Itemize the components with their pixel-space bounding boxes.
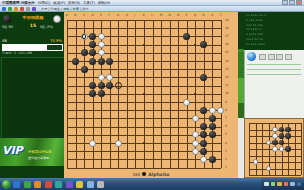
mini-stone-white [279, 146, 285, 152]
stone-white-D4 [89, 140, 96, 147]
mini-stone-white [253, 159, 259, 165]
row-label: 10 [225, 92, 229, 95]
column-label: M [160, 14, 163, 17]
taskbar-app-icon[interactable] [66, 181, 73, 188]
stone-black-C13 [81, 66, 88, 73]
stone-black-S7 [209, 115, 216, 122]
mini-stone-white [272, 133, 278, 139]
column-label: D [91, 14, 93, 17]
toolbar-icon[interactable] [32, 7, 36, 11]
taskbar-app-icon[interactable] [34, 181, 41, 188]
column-label: E [100, 14, 102, 17]
mini-stone-black [272, 140, 278, 146]
divider [247, 69, 301, 70]
menu-item[interactable]: 帮助(H) [98, 1, 110, 5]
stone-black-D11 [89, 82, 96, 89]
column-label: N [168, 14, 170, 17]
winrate-value: 74.9% [50, 38, 62, 43]
stone-black-S5 [209, 131, 216, 138]
stone-black-S2 [209, 156, 216, 163]
stone-black-D10 [89, 90, 96, 97]
stone-black-R5 [200, 131, 207, 138]
mini-stone-black [279, 127, 285, 133]
analysis-toolbar [259, 54, 292, 60]
nav-button[interactable] [276, 54, 283, 60]
window-title: 中国围棋网 对弈大厅 [2, 1, 35, 5]
menu-item[interactable]: 工具(T) [83, 1, 95, 5]
stone-white-E17 [98, 33, 105, 40]
tray-icon[interactable] [290, 182, 295, 187]
chat-area[interactable] [1, 57, 65, 151]
stone-white-E15 [98, 49, 105, 56]
white-player-stone-icon [53, 15, 61, 23]
row-label: 2 [225, 158, 227, 161]
taskbar-app-icon[interactable] [45, 181, 52, 188]
toolbar-icon[interactable] [20, 7, 24, 11]
stone-white-G4 [115, 140, 122, 147]
stone-black-E10 [98, 90, 105, 97]
room-list-panel[interactable]: ∙∙ ∙∙∙∙ ∙∙ ∙∙ ∙∙∙ ∙∙∙∙∙∙∙ ∙∙ ∙∙∙∙∙ ∙∙∙∙ … [244, 12, 304, 50]
system-tray [261, 178, 304, 190]
mini-stone-white [266, 140, 272, 146]
move-number: 184 [133, 172, 141, 177]
row-label: 13 [225, 68, 229, 71]
stone-white-Q4 [192, 140, 199, 147]
toolbar-icon[interactable] [8, 7, 12, 11]
nav-button[interactable] [285, 54, 292, 60]
board-caption: 184 AlphaGo [64, 170, 238, 178]
winrate-bar [2, 44, 63, 51]
toolbar-icon[interactable] [2, 7, 6, 11]
winrate-bar-fill [3, 45, 47, 50]
taskbar [0, 178, 304, 190]
last-move-marker [82, 34, 86, 38]
stone-black-D14 [89, 58, 96, 65]
stone-black-F11 [106, 82, 113, 89]
taskbar-app-icon[interactable] [76, 181, 83, 188]
row-label: 5 [225, 133, 227, 136]
mini-stone-black [279, 140, 285, 146]
stone-black-E14 [98, 58, 105, 65]
row-label: 12 [225, 76, 229, 79]
stone-black-R12 [200, 74, 207, 81]
variation-mini-board[interactable] [244, 118, 304, 178]
stone-black-F14 [106, 58, 113, 65]
row-label: 17 [225, 35, 229, 38]
vip-ad-title: VIP [2, 144, 23, 157]
column-label: P [186, 14, 188, 17]
tray-icon[interactable] [284, 182, 289, 187]
column-label: G [117, 14, 119, 17]
divider [247, 64, 301, 65]
stone-white-R2 [200, 156, 207, 163]
taskbar-app-icon[interactable] [55, 181, 62, 188]
row-label: 15 [225, 51, 229, 54]
tray-icon[interactable] [277, 182, 282, 187]
close-button[interactable] [296, 0, 302, 5]
menu-item[interactable]: 棋谱(P) [53, 1, 65, 5]
column-label: A [66, 14, 68, 17]
minimize-button[interactable] [282, 0, 288, 5]
black-stone-icon [142, 172, 146, 176]
row-label: 14 [225, 60, 229, 63]
stone-black-D16 [89, 41, 96, 48]
stone-black-C15 [81, 49, 88, 56]
column-label: C [83, 14, 85, 17]
hover-circle-marker [115, 82, 122, 89]
taskbar-icons [13, 181, 108, 188]
stone-white-Q3 [192, 148, 199, 155]
stone-black-D15 [89, 49, 96, 56]
board-grid: A19B18C17D16E15F14G13H12J11K10L9M8N7O6P5… [64, 12, 238, 178]
stone-black-R3 [200, 148, 207, 155]
stone-black-E11 [98, 82, 105, 89]
tray-icon[interactable] [264, 182, 269, 187]
black-player-stone-icon [3, 15, 11, 23]
vip-ad-line1: 秒领取VIP特权 [28, 150, 52, 154]
nav-button[interactable] [268, 54, 275, 60]
go-board[interactable]: A19B18C17D16E15F14G13H12J11K10L9M8N7O6P5… [64, 12, 238, 178]
mini-stone-black [285, 127, 291, 133]
stone-white-E12 [98, 74, 105, 81]
taskbar-app-icon[interactable] [87, 181, 94, 188]
column-label: O [177, 14, 179, 17]
stone-black-B14 [72, 58, 79, 65]
stone-black-R16 [200, 41, 207, 48]
stone-black-D17 [89, 33, 96, 40]
row-label: 8 [225, 109, 227, 112]
toolbar-icon[interactable] [14, 7, 18, 11]
column-label: K [143, 14, 145, 17]
stone-black-P17 [183, 33, 190, 40]
mini-stone-black [285, 133, 291, 139]
menu-item[interactable]: 设置(S) [68, 1, 80, 5]
stone-black-S6 [209, 123, 216, 130]
toolbar-icon[interactable] [26, 7, 30, 11]
stats-row: 46 74.9% [2, 38, 62, 43]
stone-white-P9 [183, 99, 190, 106]
stone-white-Q7 [192, 115, 199, 122]
status-line: 对局中 -3 : 645 188 [2, 51, 32, 55]
stone-black-R6 [200, 123, 207, 130]
column-label: Q [194, 14, 196, 17]
row-label: 19 [225, 19, 229, 22]
mini-stone-white [272, 127, 278, 133]
column-label: S [211, 14, 213, 17]
column-label: R [203, 14, 205, 17]
menu-item[interactable]: 对局(G) [38, 1, 50, 5]
handicap-value: 15 [28, 23, 38, 28]
tray-icon[interactable] [271, 182, 276, 187]
stone-white-S8 [209, 107, 216, 114]
nav-button[interactable] [259, 54, 266, 60]
row-label: 4 [225, 142, 227, 145]
vip-ad-banner[interactable]: VIP 秒领取VIP特权 全场道具免费用 [0, 138, 64, 166]
stat-left: 46 [2, 38, 7, 43]
row-label: 3 [225, 150, 227, 153]
column-label: T [220, 14, 222, 17]
tray-icon[interactable] [297, 182, 302, 187]
row-label: 6 [225, 125, 227, 128]
column-label: H [126, 14, 128, 17]
mini-stone-white [266, 166, 272, 172]
player-name: AlphaGo [148, 172, 169, 177]
vip-ad-line2: 全场道具免费用 [28, 156, 49, 160]
column-label: L [151, 14, 153, 17]
stone-black-R8 [200, 107, 207, 114]
stone-white-Q5 [192, 131, 199, 138]
analysis-panel [244, 50, 304, 118]
column-label: B [74, 14, 76, 17]
room-tabs[interactable]: 大厅 | 对局室 | 观战 | 棋谱 | 排行 [41, 7, 88, 11]
stone-white-T8 [217, 107, 224, 114]
white-player-info: 9段 (P4) [40, 25, 53, 29]
row-label: 1 [225, 166, 227, 169]
taskbar-app-icon[interactable] [97, 181, 104, 188]
stone-white-F12 [106, 74, 113, 81]
row-label: 16 [225, 43, 229, 46]
black-player-info: 9段 M6 [2, 25, 13, 29]
divider [247, 74, 301, 75]
room-list-row[interactable]: ∙∙ ∙∙∙ ∙∙∙∙ [246, 42, 302, 47]
stone-black-R4 [200, 140, 207, 147]
window-buttons [282, 0, 302, 5]
column-label: F [109, 14, 111, 17]
row-label: 18 [225, 27, 229, 30]
row-label: 9 [225, 101, 227, 104]
mini-stone-white [272, 146, 278, 152]
taskbar-app-icon[interactable] [24, 181, 31, 188]
row-label: 7 [225, 117, 227, 120]
site-name: 中国围棋网 [18, 15, 48, 20]
globe-icon[interactable] [247, 52, 256, 61]
taskbar-app-icon[interactable] [13, 181, 20, 188]
row-label: 11 [225, 84, 229, 87]
mini-stone-black [285, 146, 291, 152]
column-label: J [134, 14, 135, 17]
start-button[interactable] [2, 180, 11, 189]
maximize-button[interactable] [289, 0, 295, 5]
stone-white-E16 [98, 41, 105, 48]
mini-stone-black [279, 133, 285, 139]
